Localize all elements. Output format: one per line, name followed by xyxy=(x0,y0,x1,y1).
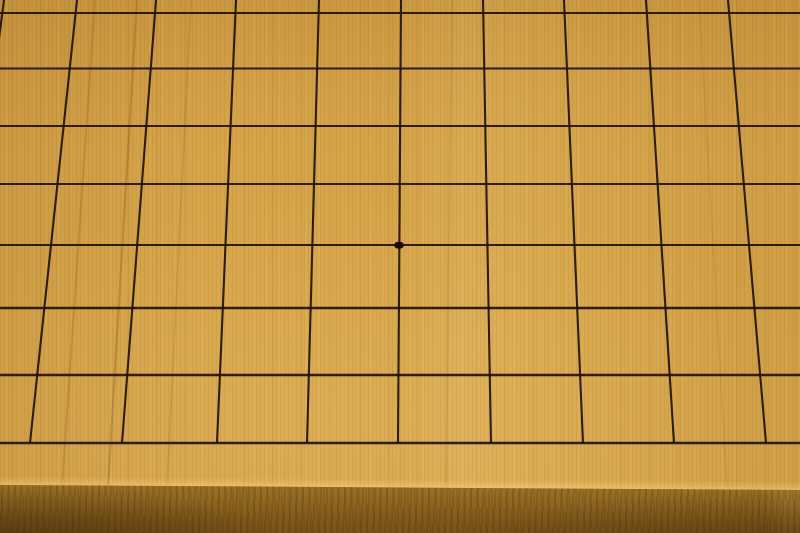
board-front-face xyxy=(0,485,800,533)
goban-grid-svg xyxy=(0,0,800,533)
face-grain-texture xyxy=(0,485,800,533)
goban-photo xyxy=(0,0,800,533)
